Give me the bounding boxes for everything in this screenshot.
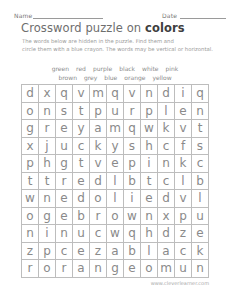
grid-cell-r3c8[interactable]: w	[141, 120, 158, 138]
name-field: Name	[14, 12, 103, 19]
date-fill-line[interactable]	[180, 12, 226, 19]
page-title-prefix: Crossword puzzle on	[21, 21, 145, 35]
page-title-emphasis: colors	[145, 21, 185, 35]
grid-cell-r8c1[interactable]: o	[22, 208, 39, 226]
grid-cell-r11c8[interactable]: o	[141, 260, 158, 278]
grid-cell-r9c2[interactable]: i	[39, 225, 56, 243]
grid-cell-r5c2[interactable]: h	[39, 155, 56, 173]
grid-cell-r3c10[interactable]: v	[175, 120, 192, 138]
grid-cell-r5c10[interactable]: k	[175, 155, 192, 173]
grid-cell-r5c4[interactable]: t	[73, 155, 90, 173]
grid-cell-r4c9[interactable]: c	[158, 138, 175, 156]
grid-cell-r9c7[interactable]: q	[124, 225, 141, 243]
grid-cell-r7c8[interactable]: e	[141, 190, 158, 208]
grid-cell-r1c2[interactable]: x	[39, 85, 56, 103]
grid-cell-r3c7[interactable]: q	[124, 120, 141, 138]
grid-cell-r3c1[interactable]: g	[22, 120, 39, 138]
name-label: Name	[14, 12, 33, 19]
grid-cell-r8c4[interactable]: b	[73, 208, 90, 226]
grid-cell-r2c9[interactable]: l	[158, 103, 175, 121]
grid-cell-r3c6[interactable]: m	[107, 120, 124, 138]
grid-cell-r7c11[interactable]: l	[192, 190, 209, 208]
grid-cell-r1c7[interactable]: v	[124, 85, 141, 103]
grid-cell-r11c1[interactable]: r	[22, 260, 39, 278]
grid-cell-r3c2[interactable]: r	[39, 120, 56, 138]
grid-cell-r6c4[interactable]: e	[73, 173, 90, 191]
name-fill-line[interactable]	[33, 12, 103, 19]
grid-cell-r4c5[interactable]: k	[90, 138, 107, 156]
grid-cell-r7c7[interactable]: i	[124, 190, 141, 208]
date-field: Date	[162, 12, 226, 19]
grid-cell-r4c6[interactable]: y	[107, 138, 124, 156]
grid-cell-r8c10[interactable]: p	[175, 208, 192, 226]
grid-cell-r1c3[interactable]: q	[56, 85, 73, 103]
grid-cell-r9c9[interactable]: d	[158, 225, 175, 243]
grid-cell-r10c9[interactable]: a	[158, 243, 175, 261]
grid-cell-r6c5[interactable]: d	[90, 173, 107, 191]
page-title: Crossword puzzle on colors	[21, 21, 185, 35]
grid-cell-r10c11[interactable]: k	[192, 243, 209, 261]
grid-cell-r3c11[interactable]: t	[192, 120, 209, 138]
grid-cell-r1c5[interactable]: m	[90, 85, 107, 103]
grid-cell-r8c3[interactable]: e	[56, 208, 73, 226]
grid-cell-r9c4[interactable]: u	[73, 225, 90, 243]
grid-cell-r6c8[interactable]: t	[141, 173, 158, 191]
grid-cell-r8c8[interactable]: n	[141, 208, 158, 226]
grid-cell-r1c8[interactable]: n	[141, 85, 158, 103]
grid-cell-r6c1[interactable]: t	[22, 173, 39, 191]
grid-cell-r1c10[interactable]: i	[175, 85, 192, 103]
grid-cell-r4c1[interactable]: x	[22, 138, 39, 156]
word-list-line-2: browngreyblueorangeyellow	[0, 65, 230, 84]
grid-cell-r5c5[interactable]: v	[90, 155, 107, 173]
grid-cell-r7c10[interactable]: v	[175, 190, 192, 208]
word-orange: orange	[124, 74, 145, 81]
grid-cell-r5c9[interactable]: n	[158, 155, 175, 173]
grid-cell-r1c4[interactable]: v	[73, 85, 90, 103]
grid-cell-r2c8[interactable]: p	[141, 103, 158, 121]
word-brown: brown	[58, 74, 77, 81]
word-yellow: yellow	[152, 74, 171, 81]
grid-cell-r3c5[interactable]: a	[90, 120, 107, 138]
word-blue: blue	[104, 74, 117, 81]
grid-cell-r5c11[interactable]: c	[192, 155, 209, 173]
word-grey: grey	[84, 74, 97, 81]
grid-cell-r7c3[interactable]: e	[56, 190, 73, 208]
grid-cell-r8c5[interactable]: r	[90, 208, 107, 226]
grid-cell-r11c10[interactable]: u	[175, 260, 192, 278]
grid-cell-r6c2[interactable]: t	[39, 173, 56, 191]
grid-cell-r6c3[interactable]: r	[56, 173, 73, 191]
grid-cell-r4c7[interactable]: s	[124, 138, 141, 156]
grid-cell-r11c3[interactable]: r	[56, 260, 73, 278]
grid-cell-r11c9[interactable]: m	[158, 260, 175, 278]
grid-cell-r4c8[interactable]: h	[141, 138, 158, 156]
grid-cell-r7c4[interactable]: d	[73, 190, 90, 208]
grid-cell-r3c3[interactable]: e	[56, 120, 73, 138]
grid-cell-r2c3[interactable]: s	[56, 103, 73, 121]
grid-cell-r9c5[interactable]: c	[90, 225, 107, 243]
grid-cell-r7c2[interactable]: n	[39, 190, 56, 208]
grid-cell-r10c6[interactable]: a	[107, 243, 124, 261]
website-url: www.cleverlearner.com	[151, 280, 209, 286]
grid-cell-r2c5[interactable]: p	[90, 103, 107, 121]
date-label: Date	[162, 12, 177, 19]
grid-cell-r4c4[interactable]: c	[73, 138, 90, 156]
instructions-line-1: The words below are hidden in the puzzle…	[22, 38, 174, 44]
grid-cell-r9c3[interactable]: n	[56, 225, 73, 243]
grid-cell-r4c2[interactable]: j	[39, 138, 56, 156]
grid-cell-r10c2[interactable]: p	[39, 243, 56, 261]
grid-cell-r8c11[interactable]: u	[192, 208, 209, 226]
grid-cell-r8c6[interactable]: o	[107, 208, 124, 226]
grid-cell-r11c6[interactable]: g	[107, 260, 124, 278]
grid-cell-r5c3[interactable]: g	[56, 155, 73, 173]
grid-cell-r5c7[interactable]: p	[124, 155, 141, 173]
grid-cell-r10c8[interactable]: l	[141, 243, 158, 261]
grid-cell-r2c10[interactable]: e	[175, 103, 192, 121]
grid-cell-r6c9[interactable]: c	[158, 173, 175, 191]
grid-cell-r9c10[interactable]: z	[175, 225, 192, 243]
grid-cell-r9c8[interactable]: h	[141, 225, 158, 243]
grid-cell-r6c11[interactable]: b	[192, 173, 209, 191]
grid-cell-r8c2[interactable]: g	[39, 208, 56, 226]
grid-cell-r9c6[interactable]: w	[107, 225, 124, 243]
grid-cell-r8c7[interactable]: w	[124, 208, 141, 226]
grid-cell-r5c6[interactable]: e	[107, 155, 124, 173]
grid-cell-r5c1[interactable]: p	[22, 155, 39, 173]
grid-cell-r9c11[interactable]: e	[192, 225, 209, 243]
grid-cell-r11c7[interactable]: e	[124, 260, 141, 278]
grid-cell-r4c11[interactable]: s	[192, 138, 209, 156]
grid-cell-r11c5[interactable]: n	[90, 260, 107, 278]
grid-cell-r11c11[interactable]: n	[192, 260, 209, 278]
grid-cell-r1c9[interactable]: d	[158, 85, 175, 103]
grid-cell-r10c3[interactable]: c	[56, 243, 73, 261]
grid-cell-r6c6[interactable]: l	[107, 173, 124, 191]
grid-cell-r3c4[interactable]: y	[73, 120, 90, 138]
grid-cell-r2c4[interactable]: t	[73, 103, 90, 121]
grid-cell-r2c6[interactable]: u	[107, 103, 124, 121]
grid-cell-r7c6[interactable]: l	[107, 190, 124, 208]
grid-cell-r5c8[interactable]: i	[141, 155, 158, 173]
word-search-grid: dxqvmqvndiqonstpurplengreyamqwkvtxjuckys…	[21, 84, 209, 278]
grid-cell-r3c9[interactable]: k	[158, 120, 175, 138]
grid-cell-r10c4[interactable]: e	[73, 243, 90, 261]
grid-cell-r7c9[interactable]: d	[158, 190, 175, 208]
grid-cell-r1c1[interactable]: d	[22, 85, 39, 103]
grid-cell-r6c7[interactable]: b	[124, 173, 141, 191]
grid-cell-r9c1[interactable]: n	[22, 225, 39, 243]
grid-cell-r11c2[interactable]: o	[39, 260, 56, 278]
grid-cell-r10c10[interactable]: c	[175, 243, 192, 261]
grid-cell-r2c2[interactable]: n	[39, 103, 56, 121]
grid-cell-r1c11[interactable]: q	[192, 85, 209, 103]
instructions-line-2: circle them with a blue crayon. The word…	[22, 46, 213, 52]
grid-cell-r8c9[interactable]: x	[158, 208, 175, 226]
grid-cell-r10c5[interactable]: z	[90, 243, 107, 261]
grid-cell-r7c5[interactable]: o	[90, 190, 107, 208]
grid-cell-r10c7[interactable]: b	[124, 243, 141, 261]
grid-cell-r11c4[interactable]: a	[73, 260, 90, 278]
grid-cell-r7c1[interactable]: w	[22, 190, 39, 208]
grid-cell-r10c1[interactable]: z	[22, 243, 39, 261]
grid-cell-r1c6[interactable]: q	[107, 85, 124, 103]
grid-cell-r2c1[interactable]: o	[22, 103, 39, 121]
grid-cell-r2c7[interactable]: r	[124, 103, 141, 121]
grid-cell-r4c3[interactable]: u	[56, 138, 73, 156]
grid-cell-r4c10[interactable]: f	[175, 138, 192, 156]
grid-cell-r6c10[interactable]: l	[175, 173, 192, 191]
grid-cell-r2c11[interactable]: n	[192, 103, 209, 121]
